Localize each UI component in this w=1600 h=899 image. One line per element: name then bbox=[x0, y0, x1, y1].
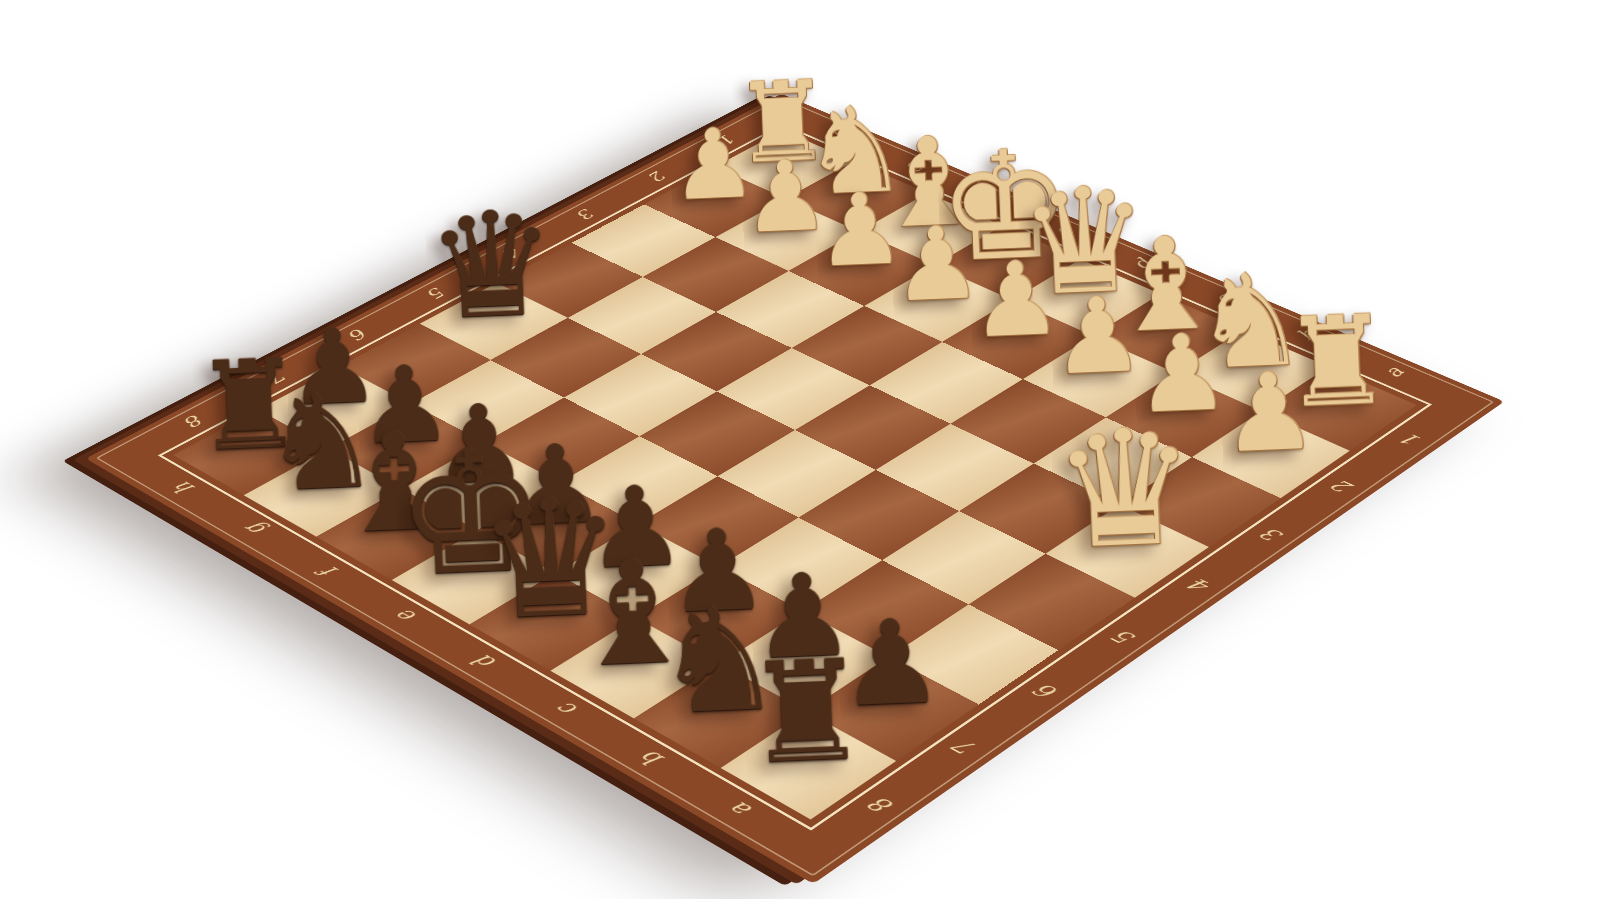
rank-label-left-3: 3 bbox=[565, 203, 608, 224]
file-label-bottom-f: f bbox=[305, 558, 354, 586]
photo-scene: ♜♞♝♚♛♝♞♜♟♟♟♟♟♟♟♟♛♛♟♟♟♟♟♟♟♟♜♞♝♚♛♝♞♜ 11hh2… bbox=[0, 0, 1600, 899]
rank-label-right-8: 8 bbox=[855, 789, 909, 822]
board-grid: ♜♞♝♚♛♝♞♜♟♟♟♟♟♟♟♟♛♛♟♟♟♟♟♟♟♟♜♞♝♚♛♝♞♜ bbox=[173, 130, 1417, 819]
white-pawn-glyph: ♟ bbox=[1049, 283, 1146, 390]
chess-board: ♜♞♝♚♛♝♞♜♟♟♟♟♟♟♟♟♛♛♟♟♟♟♟♟♟♟♜♞♝♚♛♝♞♜ 11hh2… bbox=[86, 94, 1505, 884]
rank-label-right-6: 6 bbox=[1021, 677, 1073, 708]
white-queen-glyph: ♛ bbox=[1050, 407, 1200, 572]
file-label-bottom-e: e bbox=[381, 602, 430, 631]
rank-label-right-4: 4 bbox=[1175, 572, 1225, 601]
white-pawn-glyph: ♟ bbox=[1219, 358, 1319, 468]
rank-label-right-5: 5 bbox=[1100, 623, 1151, 653]
rank-label-right-7: 7 bbox=[940, 732, 993, 764]
rank-label-right-1: 1 bbox=[1387, 427, 1435, 453]
file-label-bottom-d: d bbox=[460, 647, 510, 677]
file-label-bottom-a: a bbox=[714, 794, 767, 827]
square-a8[interactable]: ♜ bbox=[721, 712, 896, 820]
black-rook-glyph: ♜ bbox=[742, 641, 871, 784]
file-label-bottom-h: h bbox=[160, 475, 207, 501]
file-label-bottom-g: g bbox=[231, 516, 279, 543]
file-label-bottom-c: c bbox=[541, 694, 592, 725]
black-queen-glyph: ♛ bbox=[424, 191, 560, 341]
file-label-bottom-b: b bbox=[626, 743, 678, 775]
rank-label-right-3: 3 bbox=[1248, 522, 1297, 550]
rank-label-right-2: 2 bbox=[1319, 474, 1368, 501]
